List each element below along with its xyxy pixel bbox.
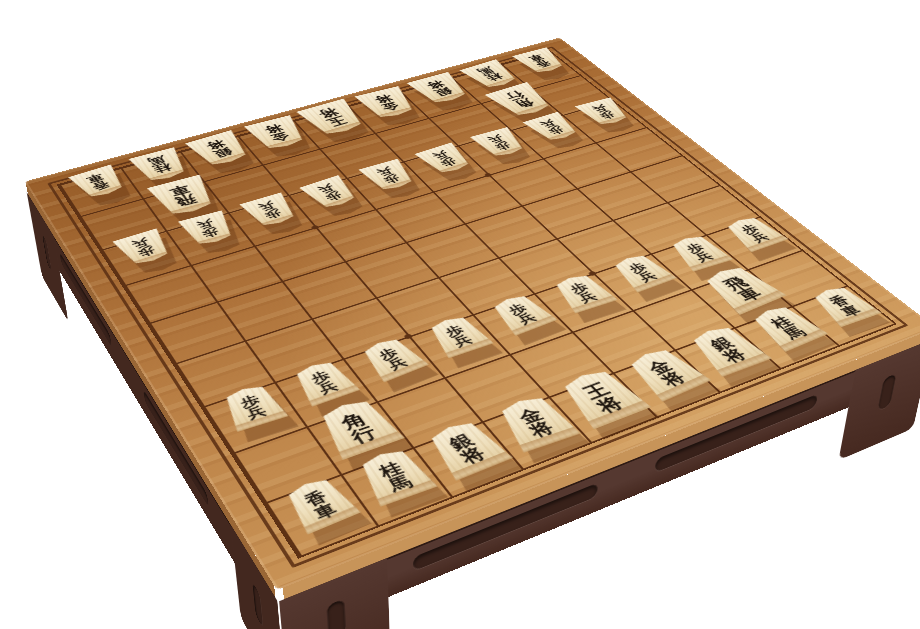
piece-kanji-label: 歩兵 xyxy=(590,103,617,119)
kanji-char: 将 xyxy=(458,445,489,466)
piece-kanji-label: 王将 xyxy=(580,381,626,416)
piece-kanji-label: 飛車 xyxy=(721,275,765,303)
kanji-char: 将 xyxy=(262,123,285,135)
piece-kanji-label: 桂馬 xyxy=(376,460,414,494)
piece-kanji-label: 歩兵 xyxy=(238,394,269,421)
piece-kanji-label: 歩兵 xyxy=(485,134,512,151)
kanji-char: 兵 xyxy=(636,270,660,284)
kanji-char: 兵 xyxy=(385,356,410,372)
piece-kanji-label: 歩兵 xyxy=(739,223,772,244)
kanji-char: 車 xyxy=(838,303,863,318)
piece-kanji-label: 銀将 xyxy=(708,336,750,366)
kanji-char: 将 xyxy=(659,370,690,389)
piece-kanji-label: 歩兵 xyxy=(684,242,716,263)
piece-kanji-label: 歩兵 xyxy=(256,200,283,220)
piece-kanji-label: 歩兵 xyxy=(309,370,341,396)
piece-kanji-label: 金将 xyxy=(372,93,401,112)
board-surface: 香車桂馬銀将金将玉将金将銀将桂馬香車飛車角行歩兵歩兵歩兵歩兵歩兵歩兵歩兵歩兵歩兵… xyxy=(25,38,920,591)
kanji-char: 兵 xyxy=(485,134,505,144)
kanji-char: 行 xyxy=(348,424,380,446)
piece-kanji-label: 歩兵 xyxy=(315,183,344,202)
kanji-char: 将 xyxy=(593,394,626,415)
photo-stage: 香車桂馬銀将金将玉将金将銀将桂馬香車飛車角行歩兵歩兵歩兵歩兵歩兵歩兵歩兵歩兵歩兵… xyxy=(0,0,920,629)
piece-kanji-label: 金将 xyxy=(516,407,557,440)
kanji-char: 将 xyxy=(720,347,750,365)
piece-kanji-label: 歩兵 xyxy=(568,282,600,305)
piece-kanji-label: 桂馬 xyxy=(475,66,504,83)
piece-kanji-label: 金将 xyxy=(262,123,291,143)
piece-kanji-label: 角行 xyxy=(503,90,537,110)
piece-kanji-label: 銀将 xyxy=(446,432,489,466)
kanji-char: 馬 xyxy=(386,473,415,493)
piece-kanji-label: 金将 xyxy=(646,358,690,389)
piece-kanji-label: 歩兵 xyxy=(506,303,539,327)
kanji-char: 兵 xyxy=(590,103,610,113)
kanji-char: 馬 xyxy=(780,324,808,341)
leg-slot xyxy=(878,373,897,410)
scene: 香車桂馬銀将金将玉将金将銀将桂馬香車飛車角行歩兵歩兵歩兵歩兵歩兵歩兵歩兵歩兵歩兵… xyxy=(0,0,920,629)
piece-kanji-label: 角行 xyxy=(338,411,380,446)
kanji-char: 将 xyxy=(527,420,558,440)
kanji-char: 兵 xyxy=(693,251,716,264)
piece-kanji-label: 歩兵 xyxy=(195,218,221,238)
piece-kanji-label: 桂馬 xyxy=(768,314,808,341)
kanji-char: 兵 xyxy=(749,231,772,244)
piece-kanji-label: 歩兵 xyxy=(376,346,410,371)
kanji-char: 将 xyxy=(424,79,446,90)
piece-kanji-label: 香車 xyxy=(302,489,339,521)
piece-kanji-label: 銀将 xyxy=(424,79,454,97)
kanji-char: 兵 xyxy=(515,311,539,326)
piece-kanji-label: 香車 xyxy=(827,294,863,318)
piece-kanji-label: 歩兵 xyxy=(374,166,401,184)
kanji-char: 兵 xyxy=(245,405,269,422)
leg-slot xyxy=(252,582,263,628)
board-grid: 香車桂馬銀将金将玉将金将銀将桂馬香車飛車角行歩兵歩兵歩兵歩兵歩兵歩兵歩兵歩兵歩兵… xyxy=(57,50,898,558)
leg-slot xyxy=(42,234,52,272)
piece-kanji-label: 歩兵 xyxy=(626,262,659,284)
leg-slot xyxy=(327,599,346,629)
kanji-char: 兵 xyxy=(451,334,475,349)
kanji-char: 兵 xyxy=(195,218,216,230)
piece-kanji-label: 歩兵 xyxy=(538,118,566,135)
kanji-char: 兵 xyxy=(316,380,341,396)
kanji-char: 車 xyxy=(311,501,339,521)
piece-kanji-label: 歩兵 xyxy=(430,149,458,167)
piece-kanji-label: 香車 xyxy=(85,172,112,191)
piece-kanji-label: 香車 xyxy=(527,53,553,68)
piece-kanji-label: 飛車 xyxy=(167,183,198,207)
shogi-board: 香車桂馬銀将金将玉将金将銀将桂馬香車飛車角行歩兵歩兵歩兵歩兵歩兵歩兵歩兵歩兵歩兵… xyxy=(25,38,920,591)
piece-kanji-label: 歩兵 xyxy=(443,324,475,348)
kanji-char: 車 xyxy=(735,286,765,304)
piece-kanji-label: 玉将 xyxy=(316,107,349,128)
piece-kanji-label: 桂馬 xyxy=(146,155,173,175)
kanji-char: 将 xyxy=(372,93,394,104)
piece-kanji-label: 銀将 xyxy=(203,138,234,159)
kanji-char: 兵 xyxy=(576,291,600,305)
piece-kanji-label: 歩兵 xyxy=(130,236,157,257)
